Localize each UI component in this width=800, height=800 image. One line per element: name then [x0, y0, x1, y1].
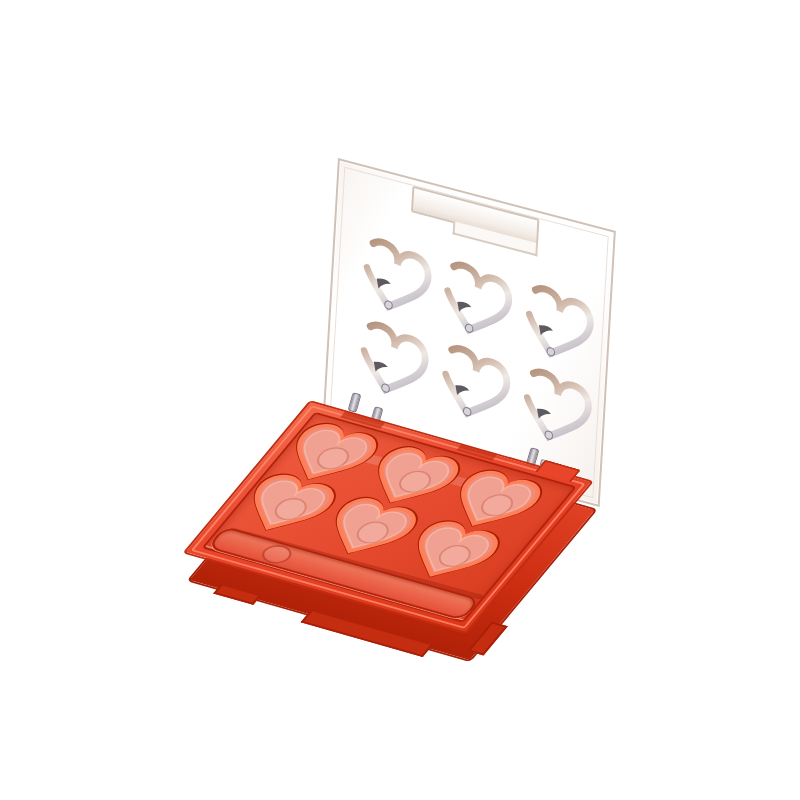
base-flange-right — [467, 622, 507, 656]
palette-product-photo — [0, 0, 800, 800]
slot-finger-dip — [257, 542, 297, 566]
base-flange-left — [213, 585, 260, 605]
lid-latch-lip — [453, 221, 538, 256]
lid-latch-tab — [411, 186, 539, 246]
